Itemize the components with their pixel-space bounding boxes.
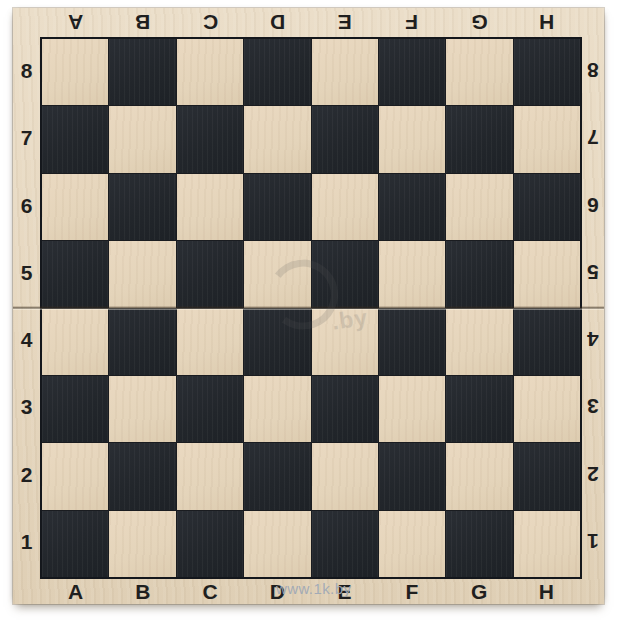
file-labels-bottom: ABCDEFGH <box>42 579 580 604</box>
rank-left-label-8: 8 <box>13 37 40 104</box>
square-d1 <box>244 511 310 577</box>
file-bottom-label-d: D <box>244 579 311 604</box>
square-c7 <box>177 106 243 172</box>
square-c8 <box>177 39 243 105</box>
file-top-label-f: F <box>378 8 445 37</box>
square-g1 <box>446 511 512 577</box>
square-f4 <box>379 309 445 375</box>
square-e2 <box>312 443 378 509</box>
square-g2 <box>446 443 512 509</box>
file-top-label-a: A <box>42 8 109 37</box>
square-g6 <box>446 174 512 240</box>
square-a3 <box>42 376 108 442</box>
rank-left-label-5: 5 <box>13 239 40 306</box>
square-h5 <box>514 241 580 307</box>
square-f3 <box>379 376 445 442</box>
file-bottom-label-b: B <box>109 579 176 604</box>
square-g3 <box>446 376 512 442</box>
square-d2 <box>244 443 310 509</box>
square-h8 <box>514 39 580 105</box>
square-c2 <box>177 443 243 509</box>
square-c3 <box>177 376 243 442</box>
square-g5 <box>446 241 512 307</box>
square-c4 <box>177 309 243 375</box>
square-a6 <box>42 174 108 240</box>
square-e6 <box>312 174 378 240</box>
file-bottom-label-f: F <box>378 579 445 604</box>
rank-right-label-6: 6 <box>582 172 604 239</box>
square-g8 <box>446 39 512 105</box>
square-a5 <box>42 241 108 307</box>
square-f5 <box>379 241 445 307</box>
square-a7 <box>42 106 108 172</box>
rank-right-label-1: 1 <box>582 508 604 575</box>
rank-left-label-3: 3 <box>13 373 40 440</box>
rank-right-label-2: 2 <box>582 441 604 508</box>
square-d8 <box>244 39 310 105</box>
rank-right-label-3: 3 <box>582 373 604 440</box>
square-d4 <box>244 309 310 375</box>
square-b6 <box>109 174 175 240</box>
file-top-label-c: C <box>177 8 244 37</box>
square-f2 <box>379 443 445 509</box>
square-e3 <box>312 376 378 442</box>
square-h4 <box>514 309 580 375</box>
rank-right-label-8: 8 <box>582 37 604 104</box>
square-d3 <box>244 376 310 442</box>
square-b2 <box>109 443 175 509</box>
board-fold-seam <box>13 306 604 310</box>
square-h6 <box>514 174 580 240</box>
file-bottom-label-h: H <box>513 579 580 604</box>
rank-left-label-7: 7 <box>13 104 40 171</box>
square-g7 <box>446 106 512 172</box>
file-labels-top: ABCDEFGH <box>42 8 580 37</box>
square-e4 <box>312 309 378 375</box>
square-b5 <box>109 241 175 307</box>
square-f8 <box>379 39 445 105</box>
square-h7 <box>514 106 580 172</box>
square-d7 <box>244 106 310 172</box>
square-b4 <box>109 309 175 375</box>
file-bottom-label-g: G <box>446 579 513 604</box>
square-a2 <box>42 443 108 509</box>
square-d5 <box>244 241 310 307</box>
square-c6 <box>177 174 243 240</box>
rank-right-label-5: 5 <box>582 239 604 306</box>
square-e1 <box>312 511 378 577</box>
square-f1 <box>379 511 445 577</box>
file-top-label-h: H <box>513 8 580 37</box>
square-e8 <box>312 39 378 105</box>
file-bottom-label-c: C <box>177 579 244 604</box>
square-g4 <box>446 309 512 375</box>
rank-left-label-6: 6 <box>13 172 40 239</box>
rank-right-label-7: 7 <box>582 104 604 171</box>
rank-right-label-4: 4 <box>582 306 604 373</box>
square-c5 <box>177 241 243 307</box>
square-b7 <box>109 106 175 172</box>
file-top-label-b: B <box>109 8 176 37</box>
square-b3 <box>109 376 175 442</box>
square-a8 <box>42 39 108 105</box>
square-c1 <box>177 511 243 577</box>
square-b1 <box>109 511 175 577</box>
square-e7 <box>312 106 378 172</box>
square-h2 <box>514 443 580 509</box>
product-photo-background: ABCDEFGH ABCDEFGH 87654321 87654321 .by … <box>0 0 617 621</box>
square-f6 <box>379 174 445 240</box>
square-e5 <box>312 241 378 307</box>
square-a1 <box>42 511 108 577</box>
file-top-label-e: E <box>311 8 378 37</box>
square-a4 <box>42 309 108 375</box>
file-top-label-g: G <box>446 8 513 37</box>
square-b8 <box>109 39 175 105</box>
file-bottom-label-e: E <box>311 579 378 604</box>
rank-left-label-4: 4 <box>13 306 40 373</box>
square-h3 <box>514 376 580 442</box>
square-f7 <box>379 106 445 172</box>
file-top-label-d: D <box>244 8 311 37</box>
square-d6 <box>244 174 310 240</box>
chessboard: ABCDEFGH ABCDEFGH 87654321 87654321 .by <box>13 8 604 604</box>
rank-left-label-1: 1 <box>13 508 40 575</box>
square-h1 <box>514 511 580 577</box>
file-bottom-label-a: A <box>42 579 109 604</box>
rank-left-label-2: 2 <box>13 441 40 508</box>
